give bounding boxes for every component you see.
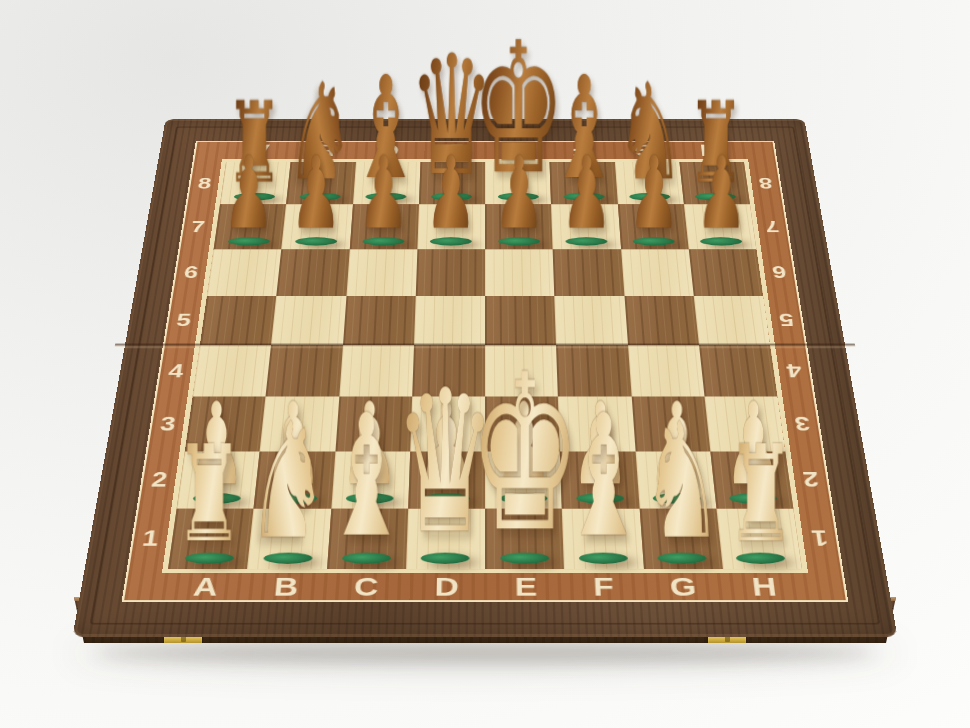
- rank-label: 7: [764, 218, 780, 234]
- rank-label: 7: [190, 218, 206, 234]
- file-label: F: [593, 573, 615, 600]
- chessboard: ABCDEFGH ABCDEFGH 87654321 87654321 ♜♞♝♛…: [72, 119, 897, 637]
- rank-label: 6: [771, 264, 788, 281]
- piece-white-rook-a1[interactable]: ♜: [174, 428, 243, 561]
- square-g7[interactable]: ♟: [617, 204, 688, 249]
- board-grid: ♜♞♝♛♚♝♞♜♟♟♟♟♟♟♟♟♟♟♟♟♟♟♟♟♜♞♝♛♚♝♞♜: [168, 162, 802, 569]
- file-label: C: [379, 142, 399, 159]
- square-c7[interactable]: ♟: [349, 204, 418, 249]
- photo-background: ABCDEFGH ABCDEFGH 87654321 87654321 ♜♞♝♛…: [0, 0, 970, 728]
- file-label: D: [434, 573, 459, 600]
- square-a1[interactable]: ♜: [168, 509, 254, 570]
- square-g6[interactable]: [621, 249, 694, 296]
- square-f6[interactable]: [553, 249, 624, 296]
- file-label: C: [353, 573, 379, 600]
- rank-label: 1: [810, 527, 829, 549]
- square-b1[interactable]: ♞: [247, 509, 331, 570]
- rank-label: 4: [167, 361, 185, 380]
- square-h1[interactable]: ♜: [716, 509, 802, 570]
- square-h5[interactable]: [693, 296, 770, 345]
- rank-label: 8: [197, 175, 213, 191]
- square-c6[interactable]: [346, 249, 417, 296]
- square-c5[interactable]: [343, 296, 416, 345]
- file-label: G: [633, 142, 656, 159]
- file-label: B: [273, 573, 300, 600]
- square-h7[interactable]: ♟: [684, 204, 757, 249]
- coordinate-band: ABCDEFGH ABCDEFGH 87654321 87654321 ♜♞♝♛…: [122, 141, 849, 602]
- file-label: B: [314, 142, 335, 159]
- square-a6[interactable]: [207, 249, 281, 296]
- square-b6[interactable]: [277, 249, 350, 296]
- square-b5[interactable]: [271, 296, 346, 345]
- coords-bottom: ABCDEFGH: [164, 573, 807, 600]
- file-label: G: [669, 573, 698, 600]
- square-d6[interactable]: [416, 249, 485, 296]
- square-a7[interactable]: ♟: [214, 204, 287, 249]
- piece-white-knight-g1[interactable]: ♞: [641, 402, 724, 562]
- piece-white-rook-h1[interactable]: ♜: [727, 428, 796, 561]
- rank-label: 3: [793, 414, 811, 434]
- square-d7[interactable]: ♟: [417, 204, 485, 249]
- playing-field: ♜♞♝♛♚♝♞♜♟♟♟♟♟♟♟♟♟♟♟♟♟♟♟♟♜♞♝♛♚♝♞♜: [162, 159, 808, 573]
- rank-label: 5: [778, 311, 795, 329]
- rank-label: 8: [757, 175, 773, 191]
- rank-label: 2: [150, 469, 169, 490]
- square-e6[interactable]: [485, 249, 554, 296]
- rank-label: 5: [175, 311, 192, 329]
- rank-label: 2: [801, 469, 820, 490]
- square-h6[interactable]: [688, 249, 762, 296]
- ground-shadow: [96, 644, 874, 662]
- file-label: H: [699, 142, 721, 159]
- piece-white-knight-b1[interactable]: ♞: [246, 402, 329, 562]
- square-a5[interactable]: [200, 296, 277, 345]
- square-e1[interactable]: ♚: [485, 509, 564, 570]
- square-g5[interactable]: [624, 296, 699, 345]
- square-e7[interactable]: ♟: [485, 204, 553, 249]
- file-label: E: [515, 573, 538, 600]
- piece-white-bishop-f1[interactable]: ♝: [560, 393, 648, 561]
- file-label: F: [572, 142, 589, 159]
- square-b7[interactable]: ♟: [282, 204, 353, 249]
- rank-label: 1: [141, 527, 160, 549]
- rank-label: 6: [183, 264, 200, 281]
- file-label: D: [444, 142, 464, 159]
- rank-label: 4: [785, 361, 803, 380]
- file-label: A: [192, 573, 220, 600]
- square-g1[interactable]: ♞: [639, 509, 723, 570]
- file-label: H: [750, 573, 778, 600]
- square-f7[interactable]: ♟: [551, 204, 620, 249]
- file-label: A: [249, 142, 271, 159]
- file-label: E: [509, 142, 527, 159]
- square-f1[interactable]: ♝: [562, 509, 643, 570]
